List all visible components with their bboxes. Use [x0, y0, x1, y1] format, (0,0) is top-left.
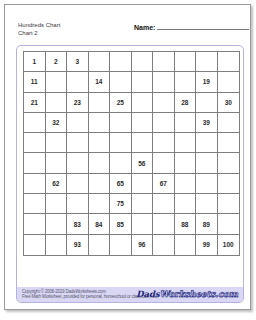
grid-cell-r3c3: 23: [67, 93, 89, 113]
grid-cell-r8c3[interactable]: [67, 194, 89, 214]
grid-cell-r10c5[interactable]: [110, 235, 132, 255]
grid-cell-r1c7[interactable]: [153, 52, 175, 72]
grid-cell-r4c2: 32: [46, 113, 68, 133]
grid-cell-r10c9: 99: [196, 235, 218, 255]
name-label: Name:: [134, 24, 155, 31]
grid-cell-r8c5: 75: [110, 194, 132, 214]
grid-cell-r8c4[interactable]: [89, 194, 111, 214]
worksheet-subtitle: Chart 2: [18, 30, 60, 38]
grid-cell-r1c1: 1: [24, 52, 46, 72]
grid-cell-r9c2[interactable]: [46, 214, 68, 234]
grid-cell-r3c10: 30: [218, 93, 240, 113]
grid-cell-r2c5[interactable]: [110, 72, 132, 92]
grid-cell-r8c2[interactable]: [46, 194, 68, 214]
grid-cell-r5c5[interactable]: [110, 133, 132, 153]
name-block: Name:: [134, 24, 249, 31]
grid-cell-r4c1[interactable]: [24, 113, 46, 133]
logo-text-worksheets: Worksheets.com: [160, 289, 238, 299]
grid-cell-r10c4[interactable]: [89, 235, 111, 255]
grid-cell-r10c6: 96: [132, 235, 154, 255]
grid-cell-r8c9[interactable]: [196, 194, 218, 214]
grid-cell-r3c9[interactable]: [196, 93, 218, 113]
grid-cell-r7c9[interactable]: [196, 174, 218, 194]
grid-cell-r9c8: 88: [175, 214, 197, 234]
title-block: Hundreds Chart Chart 2: [18, 22, 60, 37]
grid-cell-r2c8[interactable]: [175, 72, 197, 92]
grid-cell-r8c10[interactable]: [218, 194, 240, 214]
grid-cell-r7c6[interactable]: [132, 174, 154, 194]
grid-cell-r3c2[interactable]: [46, 93, 68, 113]
grid-cell-r6c1[interactable]: [24, 153, 46, 173]
grid-cell-r5c10[interactable]: [218, 133, 240, 153]
grid-cell-r10c1[interactable]: [24, 235, 46, 255]
grid-cell-r2c2[interactable]: [46, 72, 68, 92]
grid-cell-r6c6: 56: [132, 153, 154, 173]
grid-cell-r5c9[interactable]: [196, 133, 218, 153]
grid-cell-r4c9: 39: [196, 113, 218, 133]
grid-cell-r4c3[interactable]: [67, 113, 89, 133]
grid-cell-r3c1: 21: [24, 93, 46, 113]
grid-cell-r6c7[interactable]: [153, 153, 175, 173]
grid-cell-r10c2[interactable]: [46, 235, 68, 255]
name-input-line[interactable]: [157, 28, 249, 30]
hundreds-chart-grid: 1231114192123252830323956626567758384858…: [23, 51, 240, 256]
grid-cell-r6c3[interactable]: [67, 153, 89, 173]
grid-cell-r6c5[interactable]: [110, 153, 132, 173]
grid-cell-r6c4[interactable]: [89, 153, 111, 173]
grid-cell-r7c7: 67: [153, 174, 175, 194]
grid-cell-r5c1[interactable]: [24, 133, 46, 153]
grid-cell-r7c3[interactable]: [67, 174, 89, 194]
grid-cell-r4c4[interactable]: [89, 113, 111, 133]
grid-cell-r3c6[interactable]: [132, 93, 154, 113]
grid-cell-r8c1[interactable]: [24, 194, 46, 214]
grid-cell-r8c6[interactable]: [132, 194, 154, 214]
grid-cell-r2c6[interactable]: [132, 72, 154, 92]
grid-cell-r8c7[interactable]: [153, 194, 175, 214]
grid-cell-r1c4[interactable]: [89, 52, 111, 72]
grid-cell-r5c8[interactable]: [175, 133, 197, 153]
grid-cell-r1c2: 2: [46, 52, 68, 72]
grid-cell-r4c7[interactable]: [153, 113, 175, 133]
puzzle-panel: 1231114192123252830323956626567758384858…: [16, 45, 244, 303]
grid-cell-r6c10[interactable]: [218, 153, 240, 173]
grid-cell-r3c5: 25: [110, 93, 132, 113]
dadsworksheets-logo: DadsWorksheets.com: [136, 290, 238, 299]
grid-cell-r9c6[interactable]: [132, 214, 154, 234]
grid-cell-r1c6[interactable]: [132, 52, 154, 72]
grid-cell-r10c8[interactable]: [175, 235, 197, 255]
grid-cell-r5c7[interactable]: [153, 133, 175, 153]
grid-cell-r2c4: 14: [89, 72, 111, 92]
grid-cell-r10c10: 100: [218, 235, 240, 255]
grid-cell-r1c3: 3: [67, 52, 89, 72]
grid-cell-r1c9[interactable]: [196, 52, 218, 72]
grid-cell-r2c9: 19: [196, 72, 218, 92]
grid-cell-r3c7[interactable]: [153, 93, 175, 113]
grid-cell-r9c1[interactable]: [24, 214, 46, 234]
grid-cell-r8c8[interactable]: [175, 194, 197, 214]
grid-cell-r7c10[interactable]: [218, 174, 240, 194]
grid-cell-r2c3[interactable]: [67, 72, 89, 92]
footer: Copyright © 2008-2019 DadsWorksheets.com…: [17, 287, 243, 302]
grid-cell-r7c4[interactable]: [89, 174, 111, 194]
grid-cell-r7c5: 65: [110, 174, 132, 194]
grid-cell-r1c8[interactable]: [175, 52, 197, 72]
grid-cell-r6c8[interactable]: [175, 153, 197, 173]
grid-cell-r4c8[interactable]: [175, 113, 197, 133]
grid-cell-r1c10[interactable]: [218, 52, 240, 72]
grid-cell-r3c8: 28: [175, 93, 197, 113]
grid-cell-r3c4[interactable]: [89, 93, 111, 113]
grid-cell-r9c10[interactable]: [218, 214, 240, 234]
grid-cell-r4c10[interactable]: [218, 113, 240, 133]
grid-cell-r7c1[interactable]: [24, 174, 46, 194]
worksheet-page: Hundreds Chart Chart 2 Name: 12311141921…: [4, 4, 251, 310]
grid-cell-r5c2[interactable]: [46, 133, 68, 153]
grid-cell-r1c5[interactable]: [110, 52, 132, 72]
grid-cell-r4c5[interactable]: [110, 113, 132, 133]
grid-cell-r9c4: 84: [89, 214, 111, 234]
grid-cell-r2c10[interactable]: [218, 72, 240, 92]
worksheet-title: Hundreds Chart: [18, 22, 60, 30]
grid-cell-r5c3[interactable]: [67, 133, 89, 153]
grid-cell-r9c7[interactable]: [153, 214, 175, 234]
logo-text-dads: Dads: [136, 289, 160, 299]
grid-cell-r6c9[interactable]: [196, 153, 218, 173]
grid-cell-r7c2: 62: [46, 174, 68, 194]
grid-cell-r10c7[interactable]: [153, 235, 175, 255]
grid-cell-r7c8[interactable]: [175, 174, 197, 194]
grid-cell-r5c6[interactable]: [132, 133, 154, 153]
grid-cell-r9c3: 83: [67, 214, 89, 234]
grid-cell-r6c2[interactable]: [46, 153, 68, 173]
grid-cell-r9c9: 89: [196, 214, 218, 234]
grid-cell-r2c7[interactable]: [153, 72, 175, 92]
grid-cell-r2c1: 11: [24, 72, 46, 92]
grid-cell-r9c5: 85: [110, 214, 132, 234]
grid-cell-r10c3: 93: [67, 235, 89, 255]
grid-cell-r5c4[interactable]: [89, 133, 111, 153]
grid-cell-r4c6[interactable]: [132, 113, 154, 133]
